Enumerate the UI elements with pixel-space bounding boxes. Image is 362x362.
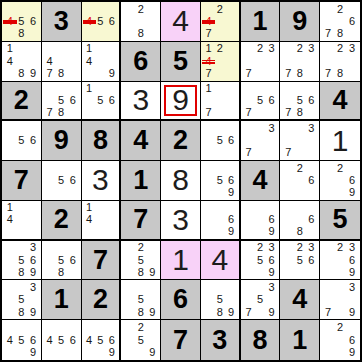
cell-r8c4[interactable]: 589 <box>121 280 161 320</box>
cell-r7c8[interactable]: 2356 <box>280 241 320 281</box>
candidate-9: 9 <box>27 346 39 359</box>
candidate-grid: 26 <box>280 161 319 200</box>
candidate-5: 5 <box>16 334 28 347</box>
candidate-grid: 269 <box>320 161 360 200</box>
given-digit: 2 <box>14 87 29 114</box>
candidate-6: 6 <box>346 174 358 186</box>
candidate-2: 2 <box>334 162 346 174</box>
cell-r6c4[interactable]: 7 <box>121 201 161 241</box>
candidate-grid: 456 <box>82 2 120 41</box>
candidate-2: 2 <box>214 3 225 15</box>
candidate-5: 5 <box>95 15 106 27</box>
candidate-6: 6 <box>346 334 358 347</box>
candidate-8: 8 <box>135 28 147 40</box>
given-digit: 1 <box>253 8 268 35</box>
solved-digit: 1 <box>332 126 349 156</box>
candidate-grid: 5678 <box>280 82 319 120</box>
candidate-6: 6 <box>67 334 79 347</box>
cell-r1c3[interactable]: 456 <box>82 2 122 42</box>
candidate-8: 8 <box>135 266 147 278</box>
candidate-grid: 56 <box>201 121 239 160</box>
candidate-3: 3 <box>306 122 318 134</box>
candidate-grid: 247 <box>201 2 239 41</box>
cell-r3c2[interactable]: 5678 <box>42 82 82 122</box>
cell-r9c2[interactable]: 456 <box>42 320 82 360</box>
candidate-2: 2 <box>334 43 346 55</box>
solved-digit: 3 <box>92 165 109 195</box>
cell-r4c3[interactable]: 8 <box>82 121 122 161</box>
given-digit: 8 <box>93 127 108 154</box>
cell-r9c1[interactable]: 4569 <box>2 320 42 360</box>
given-digit: 4 <box>292 286 307 313</box>
candidate-4: 4 <box>44 55 56 67</box>
candidate-grid: 56 <box>2 121 41 160</box>
candidate-grid: 17 <box>201 82 239 120</box>
candidate-6: 6 <box>27 334 39 347</box>
candidate-grid: 3579 <box>241 280 280 319</box>
candidate-grid: 2589 <box>121 241 160 280</box>
cell-r2c9[interactable]: 2378 <box>320 42 360 82</box>
cell-r5c3[interactable]: 3 <box>82 161 122 201</box>
candidate-9: 9 <box>27 266 39 278</box>
candidate-grid: 156 <box>82 82 120 120</box>
cell-r8c9[interactable]: 379 <box>320 280 360 320</box>
candidate-grid: 4569 <box>82 320 120 360</box>
candidate-4: 4 <box>44 334 56 347</box>
candidate-7: 7 <box>243 306 255 318</box>
given-digit: 6 <box>133 48 148 75</box>
eliminated-candidate-4: 4 <box>203 15 214 27</box>
given-digit: 4 <box>133 127 148 154</box>
candidate-5: 5 <box>135 334 147 347</box>
candidate-7: 7 <box>322 306 334 318</box>
cell-r9c9[interactable]: 269 <box>320 320 360 360</box>
candidate-6: 6 <box>306 214 318 226</box>
cell-r5c8[interactable]: 26 <box>280 161 320 201</box>
cell-r6c7[interactable]: 69 <box>241 201 281 241</box>
candidate-1: 1 <box>84 43 95 55</box>
candidate-8: 8 <box>16 67 28 79</box>
candidate-6: 6 <box>346 15 358 27</box>
cell-r8c3[interactable]: 2 <box>82 280 122 320</box>
candidate-grid: 37 <box>241 121 280 160</box>
cell-r2c5[interactable]: 5 <box>161 42 201 82</box>
candidate-5: 5 <box>16 135 28 147</box>
candidate-8: 8 <box>334 67 346 79</box>
candidate-6: 6 <box>225 135 236 147</box>
candidate-8: 8 <box>294 226 306 238</box>
candidate-2: 2 <box>334 3 346 15</box>
cell-r4c6[interactable]: 56 <box>201 121 241 161</box>
cell-r5c4[interactable]: 1 <box>121 161 161 201</box>
cell-r7c7[interactable]: 23569 <box>241 241 281 281</box>
candidate-8: 8 <box>135 306 147 318</box>
cell-r8c2[interactable]: 1 <box>42 280 82 320</box>
candidate-5: 5 <box>214 294 225 306</box>
cell-r1c5[interactable]: 4 <box>161 2 201 42</box>
solved-digit: 1 <box>172 245 189 275</box>
cell-r6c9[interactable]: 5 <box>320 201 360 241</box>
candidate-6: 6 <box>67 174 79 186</box>
cell-r7c4[interactable]: 2589 <box>121 241 161 281</box>
cell-r3c4[interactable]: 3 <box>121 82 161 122</box>
candidate-5: 5 <box>254 94 266 106</box>
candidate-grid: 69 <box>201 201 239 239</box>
candidate-8: 8 <box>16 28 28 40</box>
candidate-1: 1 <box>203 43 214 55</box>
cell-r4c8[interactable]: 37 <box>280 121 320 161</box>
candidate-7: 7 <box>203 106 214 118</box>
cell-r4c1[interactable]: 56 <box>2 121 42 161</box>
given-digit: 7 <box>173 327 188 354</box>
candidate-8: 8 <box>55 106 67 118</box>
cell-r5c7[interactable]: 4 <box>241 161 281 201</box>
candidate-5: 5 <box>55 94 67 106</box>
cell-r2c2[interactable]: 478 <box>42 42 82 82</box>
candidate-grid: 14 <box>82 201 120 239</box>
cell-r3c8[interactable]: 5678 <box>280 82 320 122</box>
cell-r1c1[interactable]: 4568 <box>2 2 42 42</box>
cell-r2c1[interactable]: 1489 <box>2 42 42 82</box>
candidate-grid: 237 <box>241 42 280 81</box>
candidate-7: 7 <box>243 106 255 118</box>
candidate-8: 8 <box>16 306 28 318</box>
candidate-9: 9 <box>266 266 278 278</box>
cell-r7c6[interactable]: 4 <box>201 241 241 281</box>
candidate-5: 5 <box>294 94 306 106</box>
candidate-grid: 456 <box>42 320 81 360</box>
candidate-grid: 567 <box>241 82 280 120</box>
candidate-9: 9 <box>346 346 358 359</box>
cell-r7c5[interactable]: 1 <box>161 241 201 281</box>
given-digit: 4 <box>253 167 268 194</box>
candidate-2: 2 <box>135 3 147 15</box>
candidate-5: 5 <box>135 254 147 266</box>
cell-r7c9[interactable]: 2369 <box>320 241 360 281</box>
candidate-grid: 35689 <box>2 241 41 280</box>
candidate-2: 2 <box>214 43 225 55</box>
candidate-1: 1 <box>84 83 95 95</box>
given-digit: 5 <box>333 206 348 233</box>
cell-r9c4[interactable]: 259 <box>121 320 161 360</box>
candidate-grid: 37 <box>280 121 319 160</box>
cell-r5c1[interactable]: 7 <box>2 161 42 201</box>
given-digit: 1 <box>292 327 307 354</box>
cell-r1c9[interactable]: 2678 <box>320 2 360 42</box>
cell-r1c6[interactable]: 247 <box>201 2 241 42</box>
candidate-3: 3 <box>27 281 39 293</box>
given-digit: 7 <box>93 247 108 274</box>
candidate-grid: 1489 <box>2 42 41 81</box>
cell-r5c6[interactable]: 569 <box>201 161 241 201</box>
candidate-4: 4 <box>84 214 95 226</box>
given-digit: 1 <box>133 167 148 194</box>
candidate-7: 7 <box>44 106 56 118</box>
candidate-9: 9 <box>147 306 159 318</box>
given-digit: 7 <box>133 206 148 233</box>
cell-r6c2[interactable]: 2 <box>42 201 82 241</box>
candidate-5: 5 <box>214 174 225 186</box>
candidate-grid: 2378 <box>320 42 360 81</box>
eliminated-candidate-4: 4 <box>84 15 95 27</box>
candidate-grid: 69 <box>241 201 280 239</box>
candidate-9: 9 <box>266 306 278 318</box>
candidate-3: 3 <box>346 43 358 55</box>
given-digit: 7 <box>14 167 29 194</box>
candidate-8: 8 <box>334 28 346 40</box>
given-digit: 2 <box>54 206 69 233</box>
cell-r8c7[interactable]: 3579 <box>241 280 281 320</box>
candidate-grid: 4568 <box>2 2 41 41</box>
given-digit: 1 <box>54 286 69 313</box>
cell-r6c1[interactable]: 14 <box>2 201 42 241</box>
candidate-9: 9 <box>147 266 159 278</box>
candidate-3: 3 <box>27 242 39 254</box>
candidate-5: 5 <box>214 135 225 147</box>
candidate-5: 5 <box>16 15 28 27</box>
cell-r9c8[interactable]: 1 <box>280 320 320 360</box>
candidate-grid: 1247 <box>201 42 239 81</box>
solved-digit: 3 <box>132 85 149 115</box>
solved-digit: 9 <box>172 85 189 115</box>
candidate-grid: 589 <box>201 280 239 319</box>
candidate-2: 2 <box>294 162 306 174</box>
candidate-grid: 56 <box>42 161 81 200</box>
cell-r3c6[interactable]: 17 <box>201 82 241 122</box>
candidate-2: 2 <box>135 242 147 254</box>
candidate-grid: 3589 <box>2 280 41 319</box>
candidate-3: 3 <box>346 242 358 254</box>
cell-r6c5[interactable]: 3 <box>161 201 201 241</box>
candidate-2: 2 <box>294 43 306 55</box>
candidate-grid: 568 <box>42 241 81 280</box>
cell-r4c4[interactable]: 4 <box>121 121 161 161</box>
candidate-grid: 2369 <box>320 241 360 280</box>
cell-r1c4[interactable]: 28 <box>121 2 161 42</box>
candidate-7: 7 <box>322 67 334 79</box>
candidate-grid: 23569 <box>241 241 280 280</box>
cell-r4c9[interactable]: 1 <box>320 121 360 161</box>
candidate-6: 6 <box>266 214 278 226</box>
candidate-1: 1 <box>4 43 16 55</box>
candidate-7: 7 <box>203 28 214 40</box>
candidate-9: 9 <box>147 346 159 359</box>
candidate-9: 9 <box>27 306 39 318</box>
candidate-5: 5 <box>254 254 266 266</box>
candidate-9: 9 <box>346 266 358 278</box>
cell-r3c7[interactable]: 567 <box>241 82 281 122</box>
candidate-grid: 259 <box>121 320 160 360</box>
candidate-7: 7 <box>282 67 294 79</box>
candidate-5: 5 <box>55 334 67 347</box>
candidate-6: 6 <box>27 15 39 27</box>
cell-r4c7[interactable]: 37 <box>241 121 281 161</box>
candidate-2: 2 <box>334 321 346 334</box>
given-digit: 5 <box>173 48 188 75</box>
candidate-9: 9 <box>225 187 236 199</box>
candidate-9: 9 <box>266 226 278 238</box>
candidate-9: 9 <box>106 346 117 359</box>
candidate-6: 6 <box>67 254 79 266</box>
candidate-grid: 379 <box>320 280 360 319</box>
candidate-9: 9 <box>225 306 236 318</box>
candidate-grid: 28 <box>121 2 160 41</box>
candidate-3: 3 <box>306 242 318 254</box>
candidate-7: 7 <box>203 67 214 79</box>
given-digit: 8 <box>253 327 268 354</box>
candidate-7: 7 <box>44 67 56 79</box>
candidate-8: 8 <box>16 266 28 278</box>
candidate-5: 5 <box>16 254 28 266</box>
given-digit: 6 <box>173 286 188 313</box>
candidate-8: 8 <box>55 67 67 79</box>
candidate-4: 4 <box>84 334 95 347</box>
candidate-grid: 149 <box>82 42 120 81</box>
candidate-8: 8 <box>214 306 225 318</box>
solved-digit: 4 <box>211 245 228 275</box>
cell-r2c7[interactable]: 237 <box>241 42 281 82</box>
cell-r5c9[interactable]: 269 <box>320 161 360 201</box>
candidate-4: 4 <box>84 55 95 67</box>
candidate-6: 6 <box>27 254 39 266</box>
candidate-6: 6 <box>225 214 236 226</box>
candidate-9: 9 <box>225 226 236 238</box>
candidate-grid: 5678 <box>42 82 81 120</box>
candidate-grid: 569 <box>201 161 239 200</box>
given-digit: 9 <box>292 8 307 35</box>
candidate-grid: 589 <box>121 280 160 319</box>
solved-digit: 3 <box>172 205 189 235</box>
cell-r7c2[interactable]: 568 <box>42 241 82 281</box>
cell-r3c3[interactable]: 156 <box>82 82 122 122</box>
given-digit: 3 <box>54 8 69 35</box>
cell-r7c1[interactable]: 35689 <box>2 241 42 281</box>
cell-r3c5[interactable]: 9 <box>161 82 201 122</box>
cell-r5c5[interactable]: 8 <box>161 161 201 201</box>
eliminated-candidate-4: 4 <box>203 55 214 67</box>
candidate-4: 4 <box>4 55 16 67</box>
cell-r6c3[interactable]: 14 <box>82 201 122 241</box>
candidate-4: 4 <box>4 214 16 226</box>
candidate-3: 3 <box>306 43 318 55</box>
cell-r8c6[interactable]: 589 <box>201 280 241 320</box>
candidate-3: 3 <box>266 43 278 55</box>
candidate-6: 6 <box>306 254 318 266</box>
cell-r4c5[interactable]: 2 <box>161 121 201 161</box>
given-digit: 2 <box>93 286 108 313</box>
cell-r8c5[interactable]: 6 <box>161 280 201 320</box>
candidate-5: 5 <box>55 174 67 186</box>
candidate-2: 2 <box>254 242 266 254</box>
cell-r5c2[interactable]: 56 <box>42 161 82 201</box>
sudoku-board: 4568345628424719267814894781496512472372… <box>0 0 362 362</box>
cell-r8c8[interactable]: 4 <box>280 280 320 320</box>
candidate-7: 7 <box>322 28 334 40</box>
cell-r3c9[interactable]: 4 <box>320 82 360 122</box>
candidate-4: 4 <box>4 334 16 347</box>
candidate-6: 6 <box>266 254 278 266</box>
candidate-8: 8 <box>294 106 306 118</box>
given-digit: 9 <box>54 127 69 154</box>
candidate-8: 8 <box>55 266 67 278</box>
solved-digit: 8 <box>172 165 189 195</box>
cell-r1c7[interactable]: 1 <box>241 2 281 42</box>
candidate-grid: 4569 <box>2 320 41 360</box>
candidate-3: 3 <box>346 281 358 293</box>
cell-r2c6[interactable]: 1247 <box>201 42 241 82</box>
candidate-5: 5 <box>135 294 147 306</box>
candidate-grid: 68 <box>280 201 319 239</box>
candidate-6: 6 <box>306 94 318 106</box>
cell-r2c4[interactable]: 6 <box>121 42 161 82</box>
candidate-5: 5 <box>95 94 106 106</box>
candidate-5: 5 <box>254 294 266 306</box>
cell-r2c3[interactable]: 149 <box>82 42 122 82</box>
solved-digit: 4 <box>172 6 189 36</box>
cell-r1c8[interactable]: 9 <box>280 2 320 42</box>
cell-r4c2[interactable]: 9 <box>42 121 82 161</box>
candidate-6: 6 <box>106 15 117 27</box>
cell-r1c2[interactable]: 3 <box>42 2 82 42</box>
cell-r9c5[interactable]: 7 <box>161 320 201 360</box>
candidate-6: 6 <box>67 94 79 106</box>
candidate-1: 1 <box>84 202 95 214</box>
candidate-9: 9 <box>346 306 358 318</box>
candidate-7: 7 <box>282 147 294 159</box>
candidate-1: 1 <box>4 202 16 214</box>
candidate-6: 6 <box>106 334 117 347</box>
candidate-3: 3 <box>266 242 278 254</box>
candidate-2: 2 <box>254 43 266 55</box>
cell-r2c8[interactable]: 2378 <box>280 42 320 82</box>
cell-r9c3[interactable]: 4569 <box>82 320 122 360</box>
candidate-6: 6 <box>106 94 117 106</box>
candidate-grid: 2356 <box>280 241 319 280</box>
candidate-9: 9 <box>106 67 117 79</box>
candidate-6: 6 <box>27 135 39 147</box>
candidate-grid: 2678 <box>320 2 360 41</box>
candidate-9: 9 <box>27 67 39 79</box>
cell-r3c1[interactable]: 2 <box>2 82 42 122</box>
cell-r7c3[interactable]: 7 <box>82 241 122 281</box>
candidate-grid: 269 <box>320 320 360 360</box>
candidate-5: 5 <box>55 254 67 266</box>
candidate-6: 6 <box>346 254 358 266</box>
cell-r9c6[interactable]: 3 <box>201 320 241 360</box>
cell-r6c8[interactable]: 68 <box>280 201 320 241</box>
candidate-6: 6 <box>306 174 318 186</box>
candidate-2: 2 <box>135 321 147 334</box>
candidate-7: 7 <box>243 67 255 79</box>
candidate-1: 1 <box>203 83 214 95</box>
cell-r8c1[interactable]: 3589 <box>2 280 42 320</box>
candidate-7: 7 <box>243 147 255 159</box>
given-digit: 3 <box>212 327 227 354</box>
candidate-9: 9 <box>346 187 358 199</box>
candidate-3: 3 <box>266 122 278 134</box>
candidate-grid: 2378 <box>280 42 319 81</box>
cell-r6c6[interactable]: 69 <box>201 201 241 241</box>
given-digit: 4 <box>333 87 348 114</box>
candidate-7: 7 <box>282 106 294 118</box>
candidate-3: 3 <box>266 281 278 293</box>
given-digit: 2 <box>173 127 188 154</box>
eliminated-candidate-4: 4 <box>4 15 16 27</box>
candidate-2: 2 <box>294 242 306 254</box>
candidate-8: 8 <box>294 67 306 79</box>
candidate-grid: 14 <box>2 201 41 239</box>
cell-r9c7[interactable]: 8 <box>241 320 281 360</box>
